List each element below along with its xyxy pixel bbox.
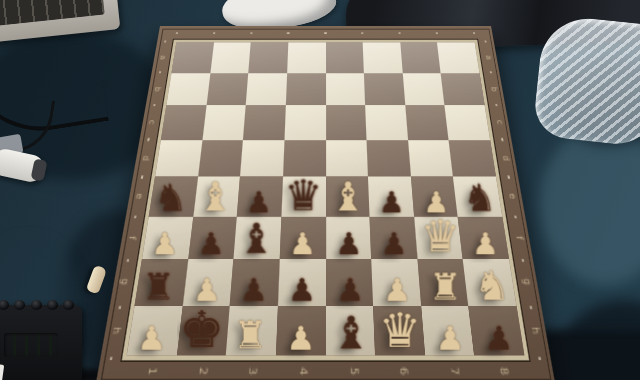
square-b1 [166, 73, 210, 105]
carpet-light-patch [540, 125, 640, 285]
piece-light-p-g6: ♟ [373, 274, 421, 305]
square-g8: ♞ [463, 259, 516, 305]
piece-dark-p-f6: ♟ [371, 229, 417, 259]
piece-dark-b-h5: ♝ [326, 311, 376, 356]
clock-buttons [0, 300, 74, 310]
piece-light-p-f4: ♟ [280, 229, 326, 259]
square-a2 [210, 42, 251, 72]
square-h5: ♝ [326, 305, 376, 355]
board-grid: ♞♝♟♛♝♟♟♞♟♟♝♟♟♟♛♟♜♟♟♟♟♟♜♞♟♚♜♟♝♛♟♟ [127, 42, 525, 355]
square-d6 [367, 140, 411, 177]
square-e2: ♝ [193, 177, 240, 217]
piece-dark-p-h8: ♟ [475, 323, 525, 356]
square-a3 [249, 42, 289, 72]
square-g1: ♜ [135, 259, 188, 305]
square-b8 [441, 73, 485, 105]
square-d1 [155, 140, 202, 177]
square-c6 [365, 105, 408, 140]
piece-light-r-h3: ♜ [226, 317, 276, 355]
square-e3: ♟ [237, 177, 283, 217]
square-b5 [326, 73, 366, 105]
square-b6 [364, 73, 405, 105]
square-a1 [172, 42, 214, 72]
square-h6: ♛ [373, 305, 425, 355]
piece-light-b-e2: ♝ [193, 176, 237, 216]
square-d5 [326, 140, 369, 177]
piece-dark-p-g5: ♟ [326, 274, 374, 305]
square-f3: ♝ [234, 216, 282, 259]
piece-dark-b-f3: ♝ [234, 218, 280, 259]
piece-dark-q-e4: ♛ [281, 174, 325, 216]
square-f6: ♟ [370, 216, 418, 259]
photo-scene: 12345678 abcdefgh abcdefgh ♞♝♟♛♝♟♟♞♟♟♝♟♟… [0, 0, 640, 380]
square-c1 [161, 105, 206, 140]
piece-dark-p-e6: ♟ [370, 187, 414, 216]
piece-light-p-f1: ♟ [142, 229, 188, 259]
piece-light-p-f8: ♟ [463, 229, 509, 259]
square-h8: ♟ [469, 305, 525, 355]
frame-inlay-dots [176, 32, 476, 34]
square-d8 [449, 140, 496, 177]
playing-area-border: ♞♝♟♛♝♟♟♞♟♟♝♟♟♟♛♟♜♟♟♟♟♟♜♞♟♚♜♟♝♛♟♟ [122, 40, 529, 361]
piece-light-r-g7: ♜ [421, 269, 469, 305]
square-d3 [240, 140, 284, 177]
square-h1: ♟ [127, 305, 183, 355]
square-c5 [326, 105, 367, 140]
square-c8 [445, 105, 490, 140]
clock-button [47, 300, 58, 310]
square-c7 [405, 105, 449, 140]
white-sticker [0, 363, 4, 380]
square-d2 [198, 140, 244, 177]
square-b2 [206, 73, 248, 105]
square-a8 [437, 42, 479, 72]
square-c2 [202, 105, 246, 140]
square-h7: ♟ [421, 305, 475, 355]
chess-clock [0, 305, 82, 380]
square-b3 [246, 73, 287, 105]
piece-light-p-h4: ♟ [276, 323, 326, 356]
tube-cap [30, 158, 47, 181]
clock-button [14, 300, 25, 310]
square-b4 [286, 73, 326, 105]
piece-light-q-h6: ♛ [375, 308, 425, 355]
piece-dark-k-h2: ♚ [176, 305, 226, 355]
piece-dark-p-g4: ♟ [278, 274, 326, 305]
square-a4 [287, 42, 325, 72]
square-a7 [400, 42, 441, 72]
piece-light-p-h7: ♟ [425, 323, 475, 356]
piece-dark-n-e1: ♞ [149, 179, 193, 216]
square-h2: ♚ [176, 305, 230, 355]
square-f4: ♟ [280, 216, 326, 259]
clock-button [63, 300, 74, 310]
square-a5 [326, 42, 364, 72]
piece-light-n-g8: ♞ [469, 265, 517, 305]
square-g6: ♟ [371, 259, 421, 305]
rank-labels: 12345678 [122, 360, 528, 380]
piece-dark-p-f2: ♟ [188, 229, 234, 259]
piece-dark-p-f5: ♟ [326, 229, 372, 259]
piece-light-b-e5: ♝ [326, 176, 370, 216]
square-d7 [408, 140, 454, 177]
square-g4: ♟ [278, 259, 326, 305]
square-e5: ♝ [326, 177, 370, 217]
square-f7: ♛ [414, 216, 463, 259]
square-h4: ♟ [276, 305, 326, 355]
piece-light-p-h1: ♟ [127, 323, 177, 356]
clock-button [0, 300, 9, 310]
square-g2: ♟ [182, 259, 233, 305]
square-b7 [402, 73, 444, 105]
square-c3 [243, 105, 286, 140]
piece-dark-p-e3: ♟ [237, 187, 281, 216]
chess-board: 12345678 abcdefgh abcdefgh ♞♝♟♛♝♟♟♞♟♟♝♟♟… [96, 26, 555, 380]
square-h3: ♜ [226, 305, 278, 355]
square-c4 [284, 105, 325, 140]
board-frame: 12345678 abcdefgh abcdefgh ♞♝♟♛♝♟♟♞♟♟♝♟♟… [96, 26, 555, 380]
square-g5: ♟ [326, 259, 374, 305]
square-e8: ♞ [453, 177, 502, 217]
square-a6 [363, 42, 403, 72]
square-f2: ♟ [188, 216, 237, 259]
piece-dark-p-g3: ♟ [230, 274, 278, 305]
square-e1: ♞ [149, 177, 198, 217]
square-g7: ♜ [417, 259, 468, 305]
piece-light-q-f7: ♛ [417, 215, 463, 259]
square-f8: ♟ [458, 216, 509, 259]
clock-button [31, 300, 42, 310]
square-e7: ♟ [411, 177, 458, 217]
square-e4: ♛ [281, 177, 325, 217]
square-e6: ♟ [368, 177, 414, 217]
piece-dark-n-e8: ♞ [458, 179, 502, 216]
square-f1: ♟ [142, 216, 193, 259]
piece-dark-r-g1: ♜ [135, 269, 183, 305]
clock-lcd [4, 333, 58, 357]
square-g3: ♟ [230, 259, 280, 305]
square-f5: ♟ [326, 216, 372, 259]
